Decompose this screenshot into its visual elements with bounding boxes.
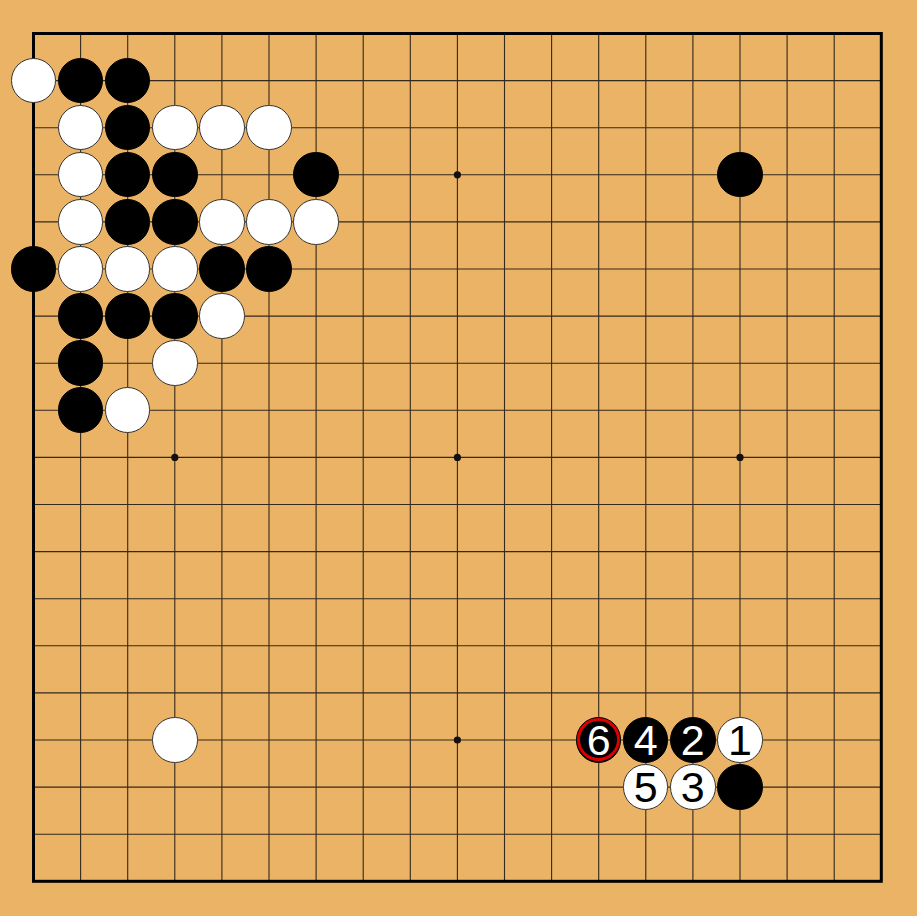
intersection[interactable] bbox=[387, 151, 434, 198]
intersection[interactable] bbox=[481, 716, 528, 763]
intersection[interactable] bbox=[716, 810, 763, 857]
intersection[interactable] bbox=[293, 810, 340, 857]
intersection[interactable] bbox=[340, 387, 387, 434]
intersection[interactable] bbox=[622, 10, 669, 57]
intersection[interactable] bbox=[434, 292, 481, 339]
intersection[interactable] bbox=[858, 292, 905, 339]
intersection[interactable] bbox=[151, 245, 198, 292]
intersection[interactable] bbox=[387, 387, 434, 434]
intersection[interactable] bbox=[293, 528, 340, 575]
intersection[interactable] bbox=[763, 858, 810, 905]
intersection[interactable] bbox=[528, 104, 575, 151]
intersection[interactable] bbox=[669, 245, 716, 292]
intersection[interactable] bbox=[104, 528, 151, 575]
intersection[interactable] bbox=[293, 716, 340, 763]
intersection[interactable] bbox=[622, 245, 669, 292]
intersection[interactable] bbox=[858, 575, 905, 622]
intersection[interactable] bbox=[811, 763, 858, 810]
intersection[interactable] bbox=[763, 245, 810, 292]
intersection[interactable] bbox=[10, 10, 57, 57]
intersection[interactable] bbox=[763, 622, 810, 669]
intersection[interactable] bbox=[198, 481, 245, 528]
intersection[interactable] bbox=[669, 198, 716, 245]
intersection[interactable] bbox=[340, 622, 387, 669]
intersection[interactable]: 5 bbox=[622, 763, 669, 810]
intersection[interactable] bbox=[198, 434, 245, 481]
stone-black[interactable] bbox=[105, 105, 151, 151]
intersection[interactable] bbox=[293, 198, 340, 245]
intersection[interactable] bbox=[151, 481, 198, 528]
intersection[interactable] bbox=[104, 858, 151, 905]
intersection[interactable] bbox=[716, 528, 763, 575]
stone-white[interactable] bbox=[246, 199, 292, 245]
intersection[interactable] bbox=[763, 716, 810, 763]
intersection[interactable] bbox=[387, 245, 434, 292]
stone-white[interactable] bbox=[199, 199, 245, 245]
intersection[interactable] bbox=[716, 763, 763, 810]
intersection[interactable] bbox=[198, 858, 245, 905]
intersection[interactable] bbox=[481, 622, 528, 669]
intersection[interactable] bbox=[387, 434, 434, 481]
intersection[interactable] bbox=[387, 622, 434, 669]
stone-white[interactable] bbox=[58, 152, 104, 198]
intersection[interactable] bbox=[198, 810, 245, 857]
intersection[interactable]: 1 bbox=[716, 716, 763, 763]
intersection[interactable] bbox=[57, 858, 104, 905]
intersection[interactable] bbox=[57, 716, 104, 763]
intersection[interactable] bbox=[528, 669, 575, 716]
intersection[interactable] bbox=[763, 434, 810, 481]
intersection[interactable] bbox=[198, 716, 245, 763]
intersection[interactable] bbox=[57, 575, 104, 622]
stone-black[interactable] bbox=[199, 246, 245, 292]
intersection[interactable] bbox=[763, 669, 810, 716]
intersection[interactable] bbox=[481, 481, 528, 528]
intersection[interactable] bbox=[763, 575, 810, 622]
intersection[interactable] bbox=[811, 716, 858, 763]
intersection[interactable] bbox=[434, 481, 481, 528]
intersection[interactable] bbox=[104, 245, 151, 292]
intersection[interactable] bbox=[716, 292, 763, 339]
intersection[interactable] bbox=[387, 669, 434, 716]
intersection[interactable] bbox=[387, 763, 434, 810]
intersection[interactable] bbox=[198, 10, 245, 57]
intersection[interactable] bbox=[293, 292, 340, 339]
intersection[interactable] bbox=[387, 57, 434, 104]
intersection[interactable] bbox=[575, 57, 622, 104]
intersection[interactable] bbox=[528, 763, 575, 810]
intersection[interactable] bbox=[858, 387, 905, 434]
intersection[interactable] bbox=[528, 387, 575, 434]
intersection[interactable] bbox=[575, 292, 622, 339]
intersection[interactable] bbox=[245, 10, 292, 57]
intersection[interactable] bbox=[434, 858, 481, 905]
intersection[interactable] bbox=[340, 151, 387, 198]
intersection[interactable] bbox=[716, 575, 763, 622]
intersection[interactable] bbox=[387, 340, 434, 387]
intersection[interactable] bbox=[528, 575, 575, 622]
intersection[interactable] bbox=[669, 481, 716, 528]
intersection[interactable] bbox=[434, 245, 481, 292]
stone-white[interactable] bbox=[152, 246, 198, 292]
intersection[interactable] bbox=[575, 622, 622, 669]
intersection[interactable] bbox=[387, 716, 434, 763]
intersection[interactable] bbox=[340, 57, 387, 104]
intersection[interactable] bbox=[575, 669, 622, 716]
stone-white[interactable] bbox=[152, 105, 198, 151]
intersection[interactable] bbox=[10, 622, 57, 669]
intersection[interactable] bbox=[481, 387, 528, 434]
intersection[interactable] bbox=[669, 151, 716, 198]
intersection[interactable] bbox=[387, 104, 434, 151]
intersection[interactable] bbox=[575, 858, 622, 905]
intersection[interactable] bbox=[104, 575, 151, 622]
intersection[interactable] bbox=[387, 528, 434, 575]
intersection[interactable] bbox=[10, 57, 57, 104]
intersection[interactable] bbox=[763, 151, 810, 198]
intersection[interactable] bbox=[245, 763, 292, 810]
intersection[interactable] bbox=[622, 575, 669, 622]
stone-white[interactable] bbox=[152, 717, 198, 763]
intersection[interactable] bbox=[716, 104, 763, 151]
intersection[interactable] bbox=[763, 10, 810, 57]
intersection[interactable] bbox=[151, 763, 198, 810]
intersection[interactable] bbox=[858, 528, 905, 575]
stone-black[interactable] bbox=[105, 58, 151, 104]
intersection[interactable] bbox=[57, 481, 104, 528]
intersection[interactable] bbox=[57, 763, 104, 810]
intersection[interactable] bbox=[528, 292, 575, 339]
intersection[interactable] bbox=[528, 810, 575, 857]
intersection[interactable] bbox=[104, 481, 151, 528]
intersection[interactable] bbox=[245, 292, 292, 339]
intersection[interactable] bbox=[575, 810, 622, 857]
intersection[interactable] bbox=[622, 340, 669, 387]
intersection[interactable] bbox=[57, 434, 104, 481]
intersection[interactable] bbox=[340, 434, 387, 481]
intersection[interactable] bbox=[811, 245, 858, 292]
intersection[interactable] bbox=[434, 716, 481, 763]
stone-white[interactable]: 1 bbox=[717, 717, 763, 763]
intersection[interactable] bbox=[104, 57, 151, 104]
intersection[interactable] bbox=[293, 858, 340, 905]
intersection[interactable] bbox=[481, 340, 528, 387]
intersection[interactable] bbox=[293, 481, 340, 528]
intersection[interactable] bbox=[575, 575, 622, 622]
intersection[interactable] bbox=[669, 57, 716, 104]
intersection[interactable] bbox=[528, 340, 575, 387]
intersection[interactable] bbox=[57, 245, 104, 292]
intersection[interactable] bbox=[858, 763, 905, 810]
intersection[interactable] bbox=[716, 57, 763, 104]
intersection[interactable] bbox=[858, 434, 905, 481]
intersection[interactable] bbox=[858, 57, 905, 104]
intersection[interactable] bbox=[434, 434, 481, 481]
intersection[interactable] bbox=[622, 858, 669, 905]
intersection[interactable]: 2 bbox=[669, 716, 716, 763]
intersection[interactable] bbox=[10, 858, 57, 905]
intersection[interactable] bbox=[387, 292, 434, 339]
intersection[interactable] bbox=[198, 575, 245, 622]
intersection[interactable] bbox=[245, 434, 292, 481]
intersection[interactable] bbox=[245, 858, 292, 905]
intersection[interactable] bbox=[763, 763, 810, 810]
intersection[interactable] bbox=[245, 528, 292, 575]
stone-white[interactable] bbox=[293, 199, 339, 245]
intersection[interactable] bbox=[57, 104, 104, 151]
intersection[interactable] bbox=[340, 481, 387, 528]
intersection[interactable] bbox=[10, 528, 57, 575]
intersection[interactable] bbox=[104, 387, 151, 434]
intersection[interactable] bbox=[622, 622, 669, 669]
intersection[interactable] bbox=[858, 481, 905, 528]
intersection[interactable] bbox=[245, 669, 292, 716]
intersection[interactable] bbox=[622, 387, 669, 434]
intersection[interactable] bbox=[198, 528, 245, 575]
intersection[interactable] bbox=[481, 434, 528, 481]
intersection[interactable] bbox=[811, 151, 858, 198]
intersection[interactable] bbox=[575, 481, 622, 528]
intersection[interactable] bbox=[858, 858, 905, 905]
stone-black[interactable]: 6 bbox=[576, 717, 622, 763]
intersection[interactable] bbox=[669, 292, 716, 339]
intersection[interactable] bbox=[669, 340, 716, 387]
intersection[interactable] bbox=[340, 669, 387, 716]
stone-white[interactable] bbox=[199, 105, 245, 151]
stone-white[interactable] bbox=[152, 340, 198, 386]
intersection[interactable] bbox=[293, 10, 340, 57]
intersection[interactable] bbox=[811, 57, 858, 104]
intersection[interactable] bbox=[575, 528, 622, 575]
intersection[interactable] bbox=[151, 10, 198, 57]
intersection[interactable] bbox=[811, 387, 858, 434]
intersection[interactable] bbox=[575, 151, 622, 198]
intersection[interactable] bbox=[763, 104, 810, 151]
intersection[interactable] bbox=[481, 57, 528, 104]
intersection[interactable] bbox=[245, 57, 292, 104]
intersection[interactable] bbox=[10, 198, 57, 245]
intersection[interactable] bbox=[10, 104, 57, 151]
intersection[interactable] bbox=[198, 387, 245, 434]
intersection[interactable] bbox=[104, 10, 151, 57]
intersection[interactable] bbox=[198, 763, 245, 810]
stone-white[interactable] bbox=[58, 199, 104, 245]
intersection[interactable] bbox=[622, 810, 669, 857]
intersection[interactable] bbox=[669, 528, 716, 575]
intersection[interactable] bbox=[340, 810, 387, 857]
stone-white[interactable] bbox=[11, 58, 57, 104]
intersection[interactable] bbox=[340, 10, 387, 57]
intersection[interactable] bbox=[151, 434, 198, 481]
intersection[interactable] bbox=[434, 622, 481, 669]
intersection[interactable] bbox=[528, 198, 575, 245]
intersection[interactable] bbox=[151, 198, 198, 245]
intersection[interactable] bbox=[575, 763, 622, 810]
intersection[interactable] bbox=[198, 245, 245, 292]
intersection[interactable] bbox=[481, 575, 528, 622]
intersection[interactable] bbox=[622, 151, 669, 198]
intersection[interactable] bbox=[763, 387, 810, 434]
intersection[interactable] bbox=[293, 104, 340, 151]
intersection[interactable] bbox=[528, 245, 575, 292]
stone-black[interactable]: 4 bbox=[623, 717, 669, 763]
stone-black[interactable] bbox=[58, 387, 104, 433]
intersection[interactable] bbox=[104, 151, 151, 198]
intersection[interactable] bbox=[434, 528, 481, 575]
intersection[interactable] bbox=[198, 57, 245, 104]
intersection[interactable] bbox=[293, 340, 340, 387]
intersection[interactable] bbox=[104, 340, 151, 387]
intersection[interactable] bbox=[293, 434, 340, 481]
intersection[interactable] bbox=[104, 198, 151, 245]
intersection[interactable] bbox=[10, 575, 57, 622]
intersection[interactable] bbox=[669, 810, 716, 857]
intersection[interactable] bbox=[811, 669, 858, 716]
intersection[interactable] bbox=[716, 10, 763, 57]
stone-black[interactable] bbox=[58, 293, 104, 339]
intersection[interactable] bbox=[340, 198, 387, 245]
intersection[interactable] bbox=[104, 622, 151, 669]
stone-white[interactable] bbox=[199, 293, 245, 339]
stone-black[interactable] bbox=[11, 246, 57, 292]
intersection[interactable] bbox=[151, 858, 198, 905]
intersection[interactable] bbox=[340, 575, 387, 622]
intersection[interactable] bbox=[293, 622, 340, 669]
intersection[interactable] bbox=[340, 292, 387, 339]
intersection[interactable] bbox=[481, 669, 528, 716]
intersection[interactable] bbox=[716, 622, 763, 669]
intersection[interactable] bbox=[528, 858, 575, 905]
intersection[interactable] bbox=[716, 481, 763, 528]
intersection[interactable] bbox=[245, 622, 292, 669]
stone-black[interactable] bbox=[152, 152, 198, 198]
stone-black[interactable] bbox=[58, 58, 104, 104]
intersection[interactable] bbox=[104, 104, 151, 151]
intersection[interactable] bbox=[151, 151, 198, 198]
intersection[interactable] bbox=[387, 575, 434, 622]
stone-black[interactable] bbox=[105, 293, 151, 339]
intersection[interactable] bbox=[57, 528, 104, 575]
intersection[interactable] bbox=[811, 810, 858, 857]
intersection[interactable] bbox=[481, 104, 528, 151]
intersection[interactable] bbox=[151, 810, 198, 857]
intersection[interactable] bbox=[293, 245, 340, 292]
intersection[interactable] bbox=[858, 716, 905, 763]
intersection[interactable] bbox=[669, 104, 716, 151]
intersection[interactable] bbox=[10, 763, 57, 810]
intersection[interactable] bbox=[198, 669, 245, 716]
stone-white[interactable]: 5 bbox=[623, 764, 669, 810]
intersection[interactable] bbox=[340, 716, 387, 763]
intersection[interactable] bbox=[57, 810, 104, 857]
intersection[interactable] bbox=[245, 198, 292, 245]
intersection[interactable] bbox=[293, 57, 340, 104]
intersection[interactable] bbox=[151, 716, 198, 763]
intersection[interactable] bbox=[716, 151, 763, 198]
intersection[interactable] bbox=[340, 763, 387, 810]
intersection[interactable] bbox=[811, 575, 858, 622]
intersection[interactable] bbox=[716, 387, 763, 434]
intersection[interactable] bbox=[763, 810, 810, 857]
intersection[interactable] bbox=[481, 245, 528, 292]
intersection[interactable] bbox=[434, 763, 481, 810]
intersection[interactable] bbox=[763, 198, 810, 245]
intersection[interactable] bbox=[622, 292, 669, 339]
intersection[interactable] bbox=[858, 622, 905, 669]
intersection[interactable] bbox=[57, 669, 104, 716]
stone-black[interactable] bbox=[246, 246, 292, 292]
intersection[interactable] bbox=[10, 434, 57, 481]
intersection[interactable] bbox=[763, 481, 810, 528]
intersection[interactable] bbox=[434, 387, 481, 434]
intersection[interactable] bbox=[858, 810, 905, 857]
stone-white[interactable] bbox=[105, 246, 151, 292]
intersection[interactable] bbox=[481, 528, 528, 575]
intersection[interactable] bbox=[10, 716, 57, 763]
intersection[interactable] bbox=[858, 340, 905, 387]
intersection[interactable] bbox=[151, 622, 198, 669]
intersection[interactable] bbox=[481, 858, 528, 905]
stone-black[interactable] bbox=[717, 764, 763, 810]
intersection[interactable] bbox=[811, 481, 858, 528]
intersection[interactable] bbox=[528, 434, 575, 481]
intersection[interactable] bbox=[57, 387, 104, 434]
intersection[interactable] bbox=[245, 716, 292, 763]
intersection[interactable] bbox=[10, 340, 57, 387]
intersection[interactable] bbox=[622, 434, 669, 481]
intersection[interactable] bbox=[858, 245, 905, 292]
intersection[interactable] bbox=[669, 434, 716, 481]
intersection[interactable] bbox=[622, 669, 669, 716]
intersection[interactable] bbox=[387, 810, 434, 857]
intersection[interactable] bbox=[293, 387, 340, 434]
intersection[interactable] bbox=[104, 669, 151, 716]
intersection[interactable] bbox=[57, 151, 104, 198]
intersection[interactable] bbox=[763, 340, 810, 387]
intersection[interactable] bbox=[481, 292, 528, 339]
intersection[interactable] bbox=[575, 10, 622, 57]
intersection[interactable] bbox=[811, 198, 858, 245]
intersection[interactable] bbox=[151, 340, 198, 387]
intersection[interactable] bbox=[245, 104, 292, 151]
intersection[interactable] bbox=[434, 151, 481, 198]
stone-white[interactable]: 3 bbox=[670, 764, 716, 810]
stone-white[interactable] bbox=[58, 105, 104, 151]
intersection[interactable] bbox=[387, 481, 434, 528]
intersection[interactable] bbox=[434, 57, 481, 104]
intersection[interactable] bbox=[716, 858, 763, 905]
intersection[interactable] bbox=[434, 104, 481, 151]
intersection[interactable] bbox=[340, 340, 387, 387]
intersection[interactable] bbox=[293, 151, 340, 198]
intersection[interactable] bbox=[434, 340, 481, 387]
intersection[interactable] bbox=[434, 810, 481, 857]
intersection[interactable] bbox=[434, 669, 481, 716]
intersection[interactable] bbox=[245, 245, 292, 292]
intersection[interactable] bbox=[575, 340, 622, 387]
intersection[interactable] bbox=[481, 810, 528, 857]
intersection[interactable] bbox=[528, 622, 575, 669]
intersection[interactable] bbox=[340, 858, 387, 905]
intersection[interactable] bbox=[622, 57, 669, 104]
intersection[interactable] bbox=[57, 57, 104, 104]
intersection[interactable]: 4 bbox=[622, 716, 669, 763]
intersection[interactable] bbox=[104, 716, 151, 763]
stone-white[interactable] bbox=[105, 387, 151, 433]
stone-white[interactable] bbox=[246, 105, 292, 151]
stone-black[interactable] bbox=[105, 199, 151, 245]
stone-black[interactable] bbox=[105, 152, 151, 198]
